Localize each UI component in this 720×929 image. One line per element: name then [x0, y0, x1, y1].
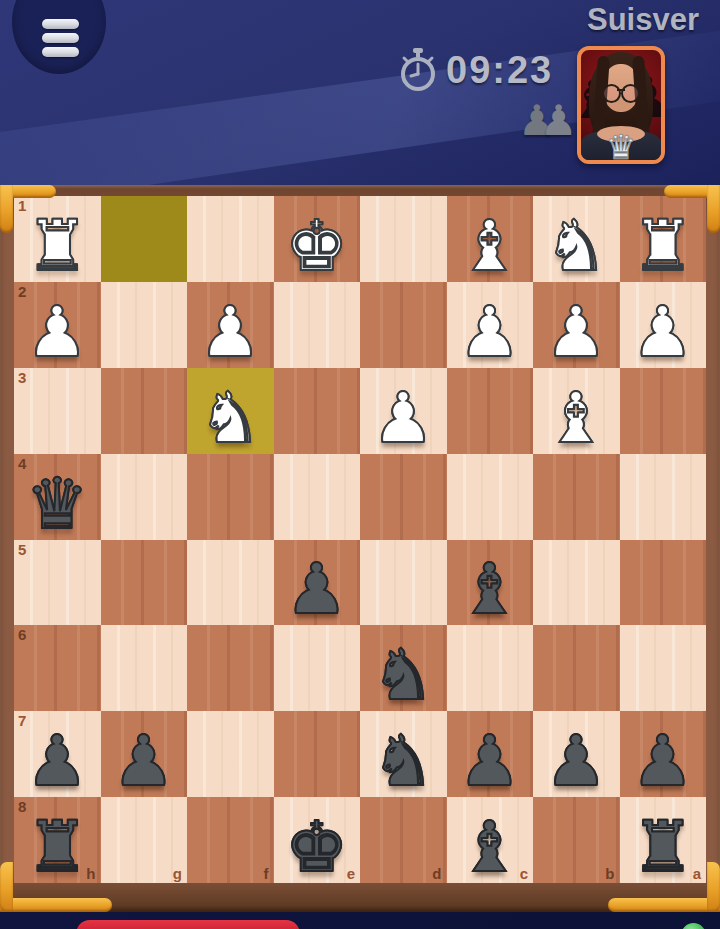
square-g7[interactable]: ♟ — [101, 711, 188, 797]
square-c5[interactable]: ♝ — [447, 540, 534, 626]
rank-label-3: 3 — [18, 370, 26, 385]
square-a4[interactable] — [620, 454, 707, 540]
square-b1[interactable]: ♞ — [533, 196, 620, 282]
status-dot — [681, 923, 706, 929]
file-label-f: f — [264, 866, 269, 881]
hamburger-icon — [42, 33, 79, 43]
white-bishop-c1[interactable]: ♝ — [447, 196, 534, 281]
square-a7[interactable]: ♟ — [620, 711, 707, 797]
white-pawn-b2[interactable]: ♟ — [533, 282, 620, 367]
square-g3[interactable] — [101, 368, 188, 454]
square-e6[interactable] — [274, 625, 361, 711]
white-rook-h1[interactable]: ♜ — [14, 196, 101, 281]
square-g5[interactable] — [101, 540, 188, 626]
square-a5[interactable] — [620, 540, 707, 626]
rank-label-5: 5 — [18, 542, 26, 557]
square-c2[interactable]: ♟ — [447, 282, 534, 368]
black-rook-h8[interactable]: ♜ — [14, 797, 101, 882]
square-a6[interactable] — [620, 625, 707, 711]
board-grid: 1♜♚♝♞♜2♟♟♟♟♟3♞♟♝4♛5♟♝6♞7♟♟♞♟♟♟8h♜gfe♚dc♝… — [14, 196, 706, 883]
corner-bracket — [0, 185, 13, 233]
black-bishop-c5[interactable]: ♝ — [447, 540, 534, 625]
opponent-avatar[interactable]: ♝ ♟ ♛ — [577, 46, 665, 164]
square-f1[interactable] — [187, 196, 274, 282]
square-d7[interactable]: ♞ — [360, 711, 447, 797]
hamburger-icon — [42, 19, 79, 29]
square-e8[interactable]: e♚ — [274, 797, 361, 883]
square-c4[interactable] — [447, 454, 534, 540]
square-d6[interactable]: ♞ — [360, 625, 447, 711]
square-h3[interactable]: 3 — [14, 368, 101, 454]
square-e3[interactable] — [274, 368, 361, 454]
square-b5[interactable] — [533, 540, 620, 626]
square-e7[interactable] — [274, 711, 361, 797]
white-pawn-d3[interactable]: ♟ — [360, 368, 447, 453]
black-king-e8[interactable]: ♚ — [274, 797, 361, 882]
square-d5[interactable] — [360, 540, 447, 626]
square-f7[interactable] — [187, 711, 274, 797]
square-h1[interactable]: 1♜ — [14, 196, 101, 282]
black-rook-a8[interactable]: ♜ — [620, 797, 707, 882]
black-pawn-a7[interactable]: ♟ — [620, 711, 707, 796]
square-h4[interactable]: 4♛ — [14, 454, 101, 540]
square-f5[interactable] — [187, 540, 274, 626]
file-label-g: g — [173, 866, 182, 881]
black-bishop-c8[interactable]: ♝ — [447, 797, 534, 882]
square-a8[interactable]: a♜ — [620, 797, 707, 883]
square-d4[interactable] — [360, 454, 447, 540]
square-e1[interactable]: ♚ — [274, 196, 361, 282]
square-b2[interactable]: ♟ — [533, 282, 620, 368]
square-h2[interactable]: 2♟ — [14, 282, 101, 368]
black-pawn-c7[interactable]: ♟ — [447, 711, 534, 796]
square-g8[interactable]: g — [101, 797, 188, 883]
square-g4[interactable] — [101, 454, 188, 540]
square-h8[interactable]: 8h♜ — [14, 797, 101, 883]
captured-pawns-icon: ♟♟ — [518, 100, 577, 142]
square-d8[interactable]: d — [360, 797, 447, 883]
square-e5[interactable]: ♟ — [274, 540, 361, 626]
black-pawn-b7[interactable]: ♟ — [533, 711, 620, 796]
square-d3[interactable]: ♟ — [360, 368, 447, 454]
chess-app-screen: { "game": "chess", "header": { "opponent… — [0, 0, 720, 929]
square-b3[interactable]: ♝ — [533, 368, 620, 454]
square-c1[interactable]: ♝ — [447, 196, 534, 282]
square-a2[interactable]: ♟ — [620, 282, 707, 368]
file-label-d: d — [432, 866, 441, 881]
black-knight-d7[interactable]: ♞ — [360, 711, 447, 796]
square-d1[interactable] — [360, 196, 447, 282]
black-pawn-g7[interactable]: ♟ — [101, 711, 188, 796]
square-f4[interactable] — [187, 454, 274, 540]
square-b6[interactable] — [533, 625, 620, 711]
white-rook-a1[interactable]: ♜ — [620, 196, 707, 281]
white-knight-b1[interactable]: ♞ — [533, 196, 620, 281]
square-b4[interactable] — [533, 454, 620, 540]
square-c3[interactable] — [447, 368, 534, 454]
rank-label-6: 6 — [18, 627, 26, 642]
corner-bracket — [608, 898, 720, 912]
square-h7[interactable]: 7♟ — [14, 711, 101, 797]
square-f8[interactable]: f — [187, 797, 274, 883]
corner-bracket — [707, 185, 720, 233]
white-pawn-h2[interactable]: ♟ — [14, 282, 101, 367]
square-f6[interactable] — [187, 625, 274, 711]
opponent-timer: 09:23 — [400, 48, 553, 93]
square-a1[interactable]: ♜ — [620, 196, 707, 282]
square-b8[interactable]: b — [533, 797, 620, 883]
stopwatch-icon — [400, 48, 436, 93]
black-pawn-e5[interactable]: ♟ — [274, 540, 361, 625]
white-pawn-a2[interactable]: ♟ — [620, 282, 707, 367]
square-c8[interactable]: c♝ — [447, 797, 534, 883]
white-pawn-c2[interactable]: ♟ — [447, 282, 534, 367]
bottom-banner-button[interactable] — [76, 920, 300, 929]
square-d2[interactable] — [360, 282, 447, 368]
menu-button[interactable] — [12, 0, 106, 74]
square-h6[interactable]: 6 — [14, 625, 101, 711]
square-b7[interactable]: ♟ — [533, 711, 620, 797]
corner-bracket — [707, 862, 720, 912]
avatar-queen-piece: ♛ — [581, 130, 661, 164]
square-c7[interactable]: ♟ — [447, 711, 534, 797]
glasses-icon — [602, 84, 640, 102]
square-a3[interactable] — [620, 368, 707, 454]
file-label-b: b — [605, 866, 614, 881]
white-bishop-b3[interactable]: ♝ — [533, 368, 620, 453]
hamburger-icon — [42, 47, 79, 57]
square-g2[interactable] — [101, 282, 188, 368]
square-c6[interactable] — [447, 625, 534, 711]
timer-value: 09:23 — [446, 49, 553, 92]
square-g1[interactable] — [101, 196, 188, 282]
corner-bracket — [0, 898, 112, 912]
white-pawn-f2[interactable]: ♟ — [187, 282, 274, 367]
square-f3[interactable]: ♞ — [187, 368, 274, 454]
corner-bracket — [0, 862, 13, 912]
square-g6[interactable] — [101, 625, 188, 711]
square-e4[interactable] — [274, 454, 361, 540]
black-knight-d6[interactable]: ♞ — [360, 625, 447, 710]
chess-board-frame: 1♜♚♝♞♜2♟♟♟♟♟3♞♟♝4♛5♟♝6♞7♟♟♞♟♟♟8h♜gfe♚dc♝… — [0, 185, 720, 912]
white-knight-f3[interactable]: ♞ — [187, 368, 274, 453]
opponent-name: Suisver — [566, 2, 720, 38]
square-h5[interactable]: 5 — [14, 540, 101, 626]
white-king-e1[interactable]: ♚ — [274, 196, 361, 281]
square-e2[interactable] — [274, 282, 361, 368]
black-pawn-h7[interactable]: ♟ — [14, 711, 101, 796]
black-queen-h4[interactable]: ♛ — [14, 454, 101, 539]
square-f2[interactable]: ♟ — [187, 282, 274, 368]
